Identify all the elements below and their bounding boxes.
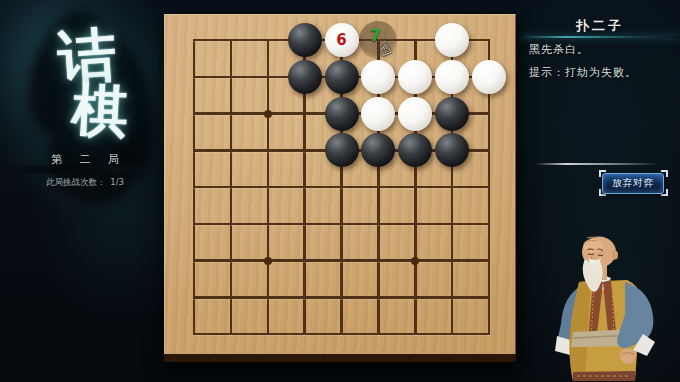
game-screen: 诘 棋 第 二 局 此局挑战次数： 1/3 67☝ 扑二子 黑先杀白。 提示：打… bbox=[0, 0, 680, 382]
grid-line bbox=[193, 296, 491, 299]
board-grid: 67☝ bbox=[165, 15, 515, 354]
hoshi-dot bbox=[264, 110, 272, 118]
hoshi-dot bbox=[264, 257, 272, 265]
move-number: 6 bbox=[336, 33, 346, 48]
white-stone bbox=[398, 60, 432, 94]
resign-button[interactable]: 放弃对弈 bbox=[602, 173, 664, 194]
attempts-counter: 此局挑战次数： 1/3 bbox=[46, 177, 124, 189]
white-stone bbox=[435, 60, 469, 94]
mode-logo-calligraphy: 棋 bbox=[70, 73, 130, 152]
black-stone bbox=[325, 97, 359, 131]
black-stone bbox=[288, 23, 322, 57]
hoshi-dot bbox=[411, 257, 419, 265]
npc-elder-illustration bbox=[555, 230, 680, 382]
white-stone bbox=[435, 23, 469, 57]
black-stone bbox=[288, 60, 322, 94]
grid-line bbox=[193, 223, 491, 226]
panel-divider bbox=[535, 163, 660, 165]
round-divider bbox=[0, 166, 170, 173]
attempts-label: 此局挑战次数： bbox=[46, 177, 106, 189]
black-stone bbox=[325, 60, 359, 94]
grid-line bbox=[193, 333, 491, 336]
puzzle-objective: 黑先杀白。 bbox=[529, 42, 589, 57]
white-stone bbox=[472, 60, 506, 94]
black-stone bbox=[361, 133, 395, 167]
black-stone bbox=[398, 133, 432, 167]
black-stone bbox=[435, 133, 469, 167]
go-board[interactable]: 67☝ bbox=[164, 14, 516, 362]
puzzle-info-panel: 扑二子 黑先杀白。 提示：打劫为失败。 放弃对弈 bbox=[520, 0, 680, 382]
round-label: 第 二 局 bbox=[0, 152, 170, 167]
grid-line bbox=[193, 186, 491, 189]
white-stone bbox=[361, 97, 395, 131]
white-stone bbox=[361, 60, 395, 94]
black-stone bbox=[325, 133, 359, 167]
white-stone bbox=[398, 97, 432, 131]
title-divider bbox=[522, 36, 680, 38]
white-stone: 6 bbox=[325, 23, 359, 57]
black-stone bbox=[435, 97, 469, 131]
attempts-value: 1/3 bbox=[110, 177, 124, 189]
puzzle-hint: 提示：打劫为失败。 bbox=[529, 65, 637, 80]
puzzle-title: 扑二子 bbox=[520, 0, 680, 35]
grid-line bbox=[193, 259, 491, 262]
board-surface[interactable]: 67☝ bbox=[164, 14, 516, 354]
